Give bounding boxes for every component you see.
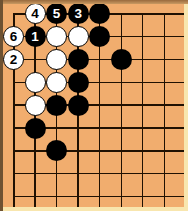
grid-vline	[142, 13, 143, 208]
black-stone	[68, 72, 89, 93]
move-number-label: 5	[53, 7, 61, 21]
frame-edge-top	[0, 0, 188, 4]
move-number-label: 6	[10, 30, 18, 44]
move-number-label: 2	[10, 53, 18, 67]
black-stone	[68, 49, 89, 70]
black-stone	[46, 95, 67, 116]
white-stone-move-4: 4	[25, 3, 46, 24]
black-stone-move-1: 1	[25, 26, 46, 47]
white-stone	[46, 26, 67, 47]
black-stone	[68, 95, 89, 116]
white-stone	[25, 95, 46, 116]
move-number-label: 3	[74, 7, 82, 21]
white-stone	[46, 72, 67, 93]
white-stone	[68, 26, 89, 47]
grid-vline	[121, 13, 122, 208]
black-stone	[111, 49, 132, 70]
frame-edge-left	[0, 0, 3, 211]
move-number-label: 4	[31, 7, 39, 21]
black-stone	[89, 26, 110, 47]
frame-edge-right	[184, 4, 188, 212]
grid-vline	[164, 13, 165, 208]
black-stone-move-5: 5	[46, 3, 67, 24]
white-stone	[46, 49, 67, 70]
black-stone-move-3: 3	[68, 3, 89, 24]
white-stone-move-6: 6	[3, 26, 24, 47]
black-stone	[89, 3, 110, 24]
black-stone	[25, 118, 46, 139]
white-stone	[25, 72, 46, 93]
frame-edge-bottom	[3, 207, 189, 211]
black-stone	[46, 140, 67, 161]
go-diagram: 453612	[0, 0, 188, 211]
white-stone-move-2: 2	[3, 49, 24, 70]
go-board: 453612	[0, 0, 188, 211]
move-number-label: 1	[31, 30, 39, 44]
